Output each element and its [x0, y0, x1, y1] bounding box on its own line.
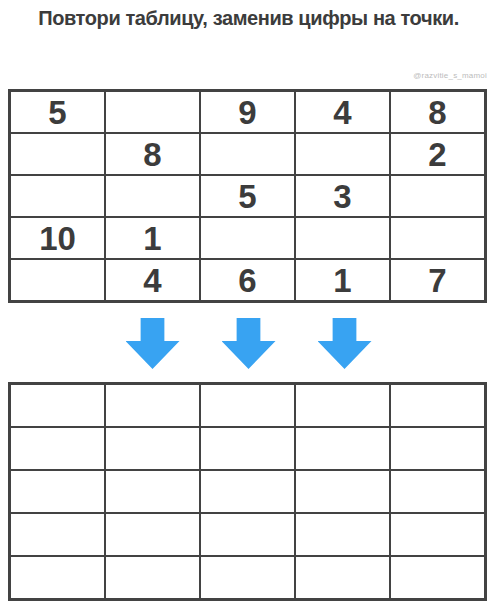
answer-table-cell — [200, 384, 295, 427]
answer-table-cell — [295, 427, 390, 470]
source-table-cell: 9 — [200, 91, 295, 133]
answer-table-cell — [10, 427, 105, 470]
source-table-cell — [10, 133, 105, 175]
source-table-cell — [390, 217, 485, 259]
down-arrow-icon — [318, 318, 372, 369]
answer-table-cell — [200, 556, 295, 599]
source-table-cell: 8 — [105, 133, 200, 175]
source-table-cell: 10 — [10, 217, 105, 259]
answer-table-cell — [390, 556, 485, 599]
answer-table-cell — [105, 427, 200, 470]
answer-table-cell — [200, 513, 295, 556]
worksheet-page: Повтори таблицу, заменив цифры на точки.… — [0, 0, 497, 614]
down-arrow-icon — [126, 318, 180, 369]
answer-table-cell — [105, 513, 200, 556]
answer-table-cell — [105, 384, 200, 427]
answer-table-cell — [200, 427, 295, 470]
answer-table-cell — [200, 470, 295, 513]
source-table-cell — [105, 175, 200, 217]
source-table-cell: 3 — [295, 175, 390, 217]
source-table-cell: 5 — [10, 91, 105, 133]
source-table-cell: 5 — [200, 175, 295, 217]
source-table-cell: 1 — [105, 217, 200, 259]
answer-table-cell — [295, 556, 390, 599]
answer-table-cell — [295, 384, 390, 427]
source-table-cell: 7 — [390, 259, 485, 301]
answer-table-cell — [390, 470, 485, 513]
page-title: Повтори таблицу, заменив цифры на точки. — [0, 7, 497, 30]
source-table-cell — [10, 175, 105, 217]
answer-table-cell — [10, 470, 105, 513]
arrows-row — [0, 318, 497, 369]
answer-table-cell — [10, 556, 105, 599]
answer-table-cell — [105, 470, 200, 513]
source-table-cell: 4 — [105, 259, 200, 301]
source-table-cell: 4 — [295, 91, 390, 133]
source-table-cell — [390, 175, 485, 217]
source-table-cell — [10, 259, 105, 301]
source-table-cell: 6 — [200, 259, 295, 301]
answer-table-cell — [295, 513, 390, 556]
answer-table-cell — [390, 384, 485, 427]
source-table-cell — [200, 217, 295, 259]
source-table-cell — [295, 133, 390, 175]
down-arrow-icon — [222, 318, 276, 369]
answer-table-cell — [390, 513, 485, 556]
answer-table-cell — [295, 470, 390, 513]
source-table-cell — [200, 133, 295, 175]
source-number-table: 594882531014617 — [8, 89, 487, 303]
answer-table-cell — [10, 513, 105, 556]
answer-table-cell — [10, 384, 105, 427]
source-table-cell — [105, 91, 200, 133]
source-table-cell: 1 — [295, 259, 390, 301]
answer-empty-table — [8, 382, 487, 601]
answer-table-cell — [105, 556, 200, 599]
source-table-cell: 8 — [390, 91, 485, 133]
watermark: @razvitie_s_mamoi — [413, 71, 487, 80]
source-table-cell — [295, 217, 390, 259]
answer-table-cell — [390, 427, 485, 470]
source-table-cell: 2 — [390, 133, 485, 175]
